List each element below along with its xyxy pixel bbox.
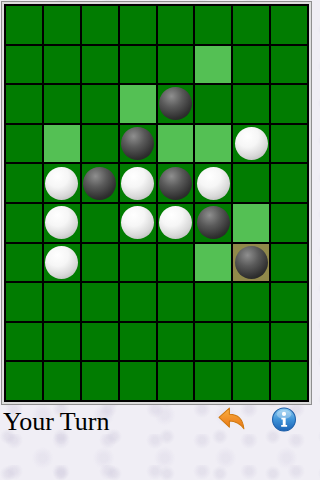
board-cell[interactable]	[82, 362, 118, 400]
board-cell[interactable]	[82, 204, 118, 242]
board-cell[interactable]	[6, 323, 42, 361]
board-cell[interactable]	[233, 283, 269, 321]
board-cell[interactable]	[82, 46, 118, 84]
board-cell[interactable]	[158, 85, 194, 123]
board-cell[interactable]	[120, 164, 156, 202]
board-cell[interactable]	[120, 283, 156, 321]
white-stone	[45, 167, 78, 200]
board-cell[interactable]	[120, 362, 156, 400]
board-cell[interactable]	[120, 46, 156, 84]
board-cell[interactable]	[233, 362, 269, 400]
legal-move-cell[interactable]	[195, 125, 231, 163]
board-cell[interactable]	[44, 362, 80, 400]
legal-move-cell[interactable]	[195, 46, 231, 84]
board-cell[interactable]	[195, 323, 231, 361]
board-cell[interactable]	[271, 362, 307, 400]
board-cell[interactable]	[195, 6, 231, 44]
white-stone	[235, 127, 268, 160]
board-cell[interactable]	[82, 85, 118, 123]
legal-move-cell[interactable]	[158, 125, 194, 163]
board-cell[interactable]	[120, 6, 156, 44]
board-cell[interactable]	[158, 283, 194, 321]
board-cell[interactable]	[195, 362, 231, 400]
white-stone	[121, 167, 154, 200]
turn-status-text: Your Turn	[3, 405, 110, 439]
info-icon	[271, 407, 297, 432]
board-cell[interactable]	[195, 283, 231, 321]
reversi-board	[4, 4, 309, 402]
board-cell[interactable]	[6, 46, 42, 84]
board-cell[interactable]	[44, 323, 80, 361]
board-cell[interactable]	[158, 164, 194, 202]
board-cell[interactable]	[82, 164, 118, 202]
board-cell[interactable]	[158, 6, 194, 44]
status-bar: Your Turn	[0, 404, 320, 442]
board-cell[interactable]	[233, 244, 269, 282]
white-stone	[159, 206, 192, 239]
board-frame	[1, 1, 312, 405]
board-cell[interactable]	[82, 283, 118, 321]
white-stone	[45, 206, 78, 239]
undo-button[interactable]	[218, 407, 247, 434]
legal-move-cell[interactable]	[233, 204, 269, 242]
legal-move-cell[interactable]	[44, 125, 80, 163]
black-stone	[121, 127, 154, 160]
board-cell[interactable]	[195, 204, 231, 242]
white-stone	[121, 206, 154, 239]
board-cell[interactable]	[233, 85, 269, 123]
board-cell[interactable]	[158, 323, 194, 361]
board-cell[interactable]	[44, 6, 80, 44]
legal-move-cell[interactable]	[120, 85, 156, 123]
board-cell[interactable]	[120, 125, 156, 163]
board-cell[interactable]	[6, 164, 42, 202]
board-cell[interactable]	[44, 46, 80, 84]
board-cell[interactable]	[233, 125, 269, 163]
board-cell[interactable]	[233, 164, 269, 202]
board-cell[interactable]	[271, 46, 307, 84]
board-cell[interactable]	[271, 204, 307, 242]
board-cell[interactable]	[158, 362, 194, 400]
black-stone	[159, 167, 192, 200]
board-cell[interactable]	[6, 362, 42, 400]
board-cell[interactable]	[6, 244, 42, 282]
board-cell[interactable]	[82, 125, 118, 163]
board-cell[interactable]	[195, 164, 231, 202]
board-cell[interactable]	[44, 204, 80, 242]
board-cell[interactable]	[44, 85, 80, 123]
board-cell[interactable]	[233, 6, 269, 44]
board-cell[interactable]	[233, 323, 269, 361]
board-cell[interactable]	[44, 283, 80, 321]
board-cell[interactable]	[120, 323, 156, 361]
board-cell[interactable]	[120, 244, 156, 282]
white-stone	[45, 246, 78, 279]
board-cell[interactable]	[82, 323, 118, 361]
board-cell[interactable]	[271, 125, 307, 163]
board-cell[interactable]	[195, 85, 231, 123]
board-cell[interactable]	[6, 6, 42, 44]
black-stone	[83, 167, 116, 200]
black-stone	[197, 206, 230, 239]
board-cell[interactable]	[6, 204, 42, 242]
board-cell[interactable]	[158, 46, 194, 84]
board-cell[interactable]	[158, 204, 194, 242]
info-button[interactable]	[271, 407, 297, 432]
board-cell[interactable]	[271, 85, 307, 123]
board-cell[interactable]	[271, 283, 307, 321]
board-cell[interactable]	[271, 244, 307, 282]
board-cell[interactable]	[158, 244, 194, 282]
board-cell[interactable]	[44, 244, 80, 282]
board-cell[interactable]	[120, 204, 156, 242]
board-cell[interactable]	[271, 164, 307, 202]
board-cell[interactable]	[6, 85, 42, 123]
board-cell[interactable]	[44, 164, 80, 202]
board-cell[interactable]	[271, 323, 307, 361]
board-cell[interactable]	[6, 125, 42, 163]
board-cell[interactable]	[233, 46, 269, 84]
undo-arrow-icon	[218, 407, 247, 434]
board-cell[interactable]	[271, 6, 307, 44]
board-cell[interactable]	[6, 283, 42, 321]
white-stone	[197, 167, 230, 200]
black-stone	[235, 246, 268, 279]
legal-move-cell[interactable]	[195, 244, 231, 282]
board-cell[interactable]	[82, 244, 118, 282]
black-stone	[159, 87, 192, 120]
board-cell[interactable]	[82, 6, 118, 44]
